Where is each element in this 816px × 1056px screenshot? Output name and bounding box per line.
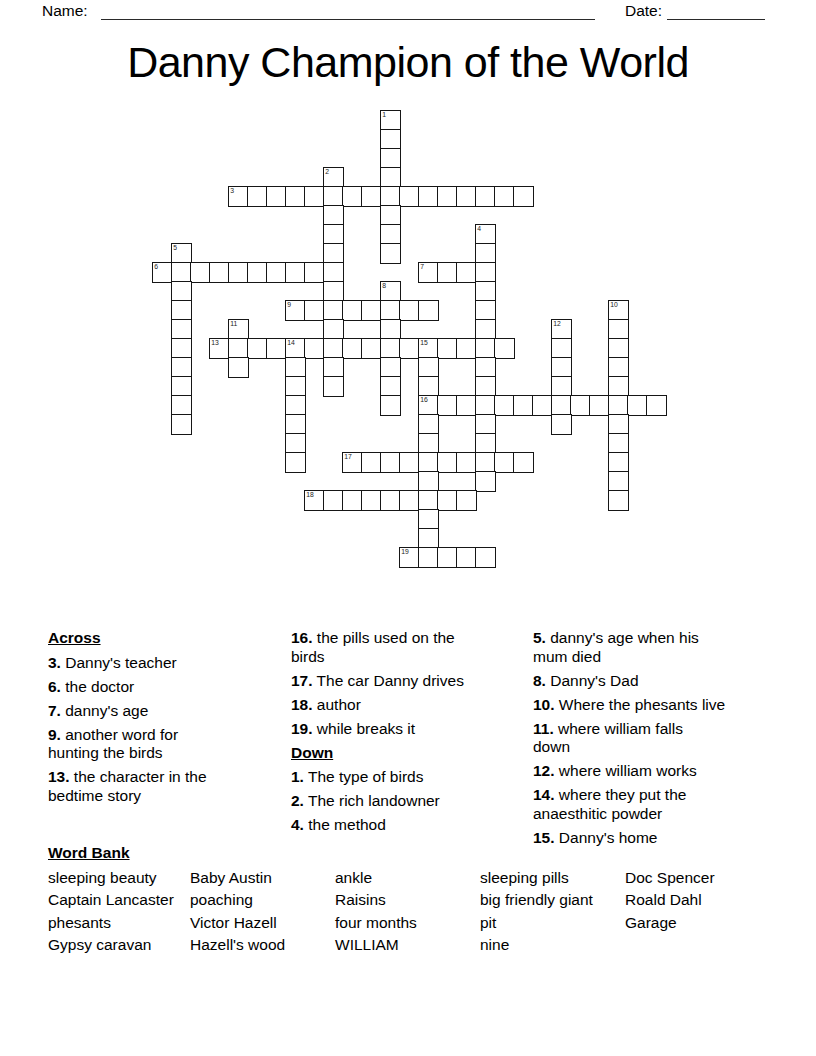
grid-cell[interactable] [494,452,515,473]
clue-number-label: 13 [211,340,219,347]
grid-cell[interactable] [304,338,325,359]
word-bank-item: phesants [48,912,174,934]
grid-cell[interactable] [266,338,287,359]
grid-cell[interactable] [513,452,534,473]
grid-cell[interactable] [380,167,401,188]
grid-cell[interactable] [551,357,572,378]
grid-cell[interactable] [323,338,344,359]
name-label: Name: [42,2,88,20]
grid-cell[interactable] [608,490,629,511]
grid-cell[interactable] [418,186,439,207]
grid-cell[interactable] [342,300,363,321]
grid-cell[interactable] [323,262,344,283]
grid-cell[interactable] [361,338,382,359]
grid-cell[interactable] [608,452,629,473]
grid-cell[interactable] [380,357,401,378]
grid-cell[interactable] [608,395,629,416]
name-blank-line[interactable] [101,19,595,20]
word-bank-item: pit [480,912,593,934]
grid-cell[interactable] [380,224,401,245]
word-bank-item: Gypsy caravan [48,934,174,956]
across-clue-16: 16. the pills used on the birds [291,629,523,666]
grid-cell[interactable] [456,490,477,511]
grid-cell[interactable] [380,319,401,340]
grid-cell[interactable] [285,452,306,473]
grid-cell[interactable] [475,319,496,340]
word-bank-section: Word Bank sleeping beautyCaptain Lancast… [48,843,788,867]
grid-cell[interactable] [380,300,401,321]
grid-cell[interactable] [228,338,249,359]
across-clue-6: 6. the doctor [48,678,270,697]
word-bank-column-3: ankleRaisinsfour monthsWILLIAM [335,867,417,957]
word-bank-item: big friendly giant [480,889,593,911]
clue-number-label: 18 [306,492,314,499]
grid-cell[interactable] [456,186,477,207]
word-bank-column-4: sleeping pillsbig friendly giantpitnine [480,867,593,957]
across-clue-17: 17. The car Danny drives [291,672,523,691]
grid-cell[interactable] [551,395,572,416]
word-bank-header: Word Bank [48,843,788,862]
grid-cell[interactable] [475,471,496,492]
grid-cell[interactable] [456,395,477,416]
grid-cell[interactable] [323,281,344,302]
word-bank-item: Raisins [335,889,417,911]
grid-cell[interactable] [323,243,344,264]
across-clue-9: 9. another word for hunting the birds [48,726,270,763]
grid-cell[interactable] [608,319,629,340]
grid-cell[interactable] [399,300,420,321]
grid-cell[interactable] [361,490,382,511]
grid-cell[interactable] [494,186,515,207]
grid-cell[interactable] [437,262,458,283]
down-clue-4: 4. the method [291,816,523,835]
grid-cell[interactable] [456,262,477,283]
down-clue-8: 8. Danny's Dad [533,672,778,691]
date-blank-line[interactable] [667,19,765,20]
grid-cell[interactable] [323,490,344,511]
grid-cell[interactable] [475,338,496,359]
word-bank-item: Hazell's wood [190,934,285,956]
grid-cell[interactable] [285,376,306,397]
grid-cell[interactable] [247,186,268,207]
down-clue-5: 5. danny's age when his mum died [533,629,778,666]
grid-cell[interactable] [361,186,382,207]
grid-cell[interactable] [380,490,401,511]
grid-cell[interactable] [380,148,401,169]
grid-cell[interactable] [399,452,420,473]
grid-cell[interactable] [285,414,306,435]
grid-cell[interactable] [266,262,287,283]
crossword-worksheet-page: { "game": "crossword", "title": "Danny C… [0,0,816,1056]
grid-cell[interactable] [171,357,192,378]
grid-cell[interactable] [228,262,249,283]
grid-cell[interactable] [190,262,211,283]
grid-cell[interactable] [475,452,496,473]
clue-column-2: 16. the pills used on the birds17. The c… [291,629,523,840]
grid-cell[interactable] [323,205,344,226]
word-bank-item: four months [335,912,417,934]
grid-cell[interactable] [475,376,496,397]
grid-cell[interactable] [418,547,439,568]
grid-cell[interactable] [532,395,553,416]
grid-cell[interactable] [399,186,420,207]
grid-cell[interactable] [437,395,458,416]
grid-cell[interactable] [380,452,401,473]
grid-cell[interactable] [494,338,515,359]
grid-cell[interactable] [304,262,325,283]
grid-cell[interactable] [608,338,629,359]
worksheet-title: Danny Champion of the World [0,37,816,87]
grid-cell[interactable] [399,338,420,359]
word-bank-item: Baby Austin [190,867,285,889]
grid-cell[interactable] [475,281,496,302]
grid-cell[interactable] [342,186,363,207]
word-bank-item: ankle [335,867,417,889]
down-clue-1: 1. The type of birds [291,768,523,787]
grid-cell[interactable] [589,395,610,416]
grid-cell[interactable] [380,376,401,397]
grid-cell[interactable] [646,395,667,416]
clue-column-3: 5. danny's age when his mum died8. Danny… [533,629,778,853]
grid-cell[interactable] [380,243,401,264]
grid-cell[interactable] [418,509,439,530]
grid-cell[interactable] [418,414,439,435]
grid-cell[interactable] [361,300,382,321]
grid-cell[interactable] [418,300,439,321]
clue-number-label: 9 [287,302,291,309]
grid-cell[interactable] [361,452,382,473]
crossword-grid: 36791316171819124581011121415 [152,110,667,568]
grid-cell[interactable] [475,186,496,207]
clue-number-label: 14 [287,340,295,347]
clue-column-1: Across3. Danny's teacher6. the doctor7. … [48,629,270,811]
clue-number-label: 2 [325,169,329,176]
grid-cell[interactable] [285,186,306,207]
grid-cell[interactable] [513,395,534,416]
grid-cell[interactable] [437,547,458,568]
grid-cell[interactable] [418,490,439,511]
grid-cell[interactable] [304,186,325,207]
across-clue-3: 3. Danny's teacher [48,654,270,673]
grid-cell[interactable] [247,338,268,359]
grid-cell[interactable] [418,528,439,549]
down-clue-11: 11. where william falls down [533,720,778,757]
grid-cell[interactable] [285,262,306,283]
grid-cell[interactable] [323,376,344,397]
clue-number-label: 12 [553,321,561,328]
grid-cell[interactable] [171,414,192,435]
word-bank-column-1: sleeping beautyCaptain Lancasterphesants… [48,867,174,957]
clue-number-label: 5 [173,245,177,252]
grid-cell[interactable] [380,186,401,207]
grid-cell[interactable] [171,281,192,302]
grid-cell[interactable] [380,205,401,226]
grid-cell[interactable] [323,300,344,321]
grid-cell[interactable] [608,414,629,435]
word-bank-item: Captain Lancaster [48,889,174,911]
grid-cell[interactable] [627,395,648,416]
grid-cell[interactable] [418,452,439,473]
grid-cell[interactable] [475,547,496,568]
grid-cell[interactable] [209,262,230,283]
grid-cell[interactable] [608,357,629,378]
grid-cell[interactable] [380,338,401,359]
clue-number-label: 3 [230,188,234,195]
clue-number-label: 10 [610,302,618,309]
grid-cell[interactable] [323,186,344,207]
down-clue-12: 12. where william works [533,762,778,781]
grid-cell[interactable] [475,395,496,416]
grid-cell[interactable] [551,414,572,435]
grid-cell[interactable] [266,186,287,207]
grid-cell[interactable] [247,262,268,283]
grid-cell[interactable] [380,129,401,150]
clue-number-label: 19 [401,549,409,556]
grid-cell[interactable] [475,262,496,283]
across-clue-13: 13. the character in the bedtime story [48,768,270,805]
clue-number-label: 11 [230,321,237,328]
down-clues-header: Down [291,744,523,763]
date-label: Date: [625,2,662,20]
grid-cell[interactable] [608,376,629,397]
grid-cell[interactable] [323,357,344,378]
grid-cell[interactable] [513,186,534,207]
grid-cell[interactable] [285,357,306,378]
clue-number-label: 8 [382,283,386,290]
clue-number-label: 16 [420,397,428,404]
grid-cell[interactable] [342,338,363,359]
grid-cell[interactable] [475,357,496,378]
across-clue-18: 18. author [291,696,523,715]
across-clues-header: Across [48,629,270,648]
grid-cell[interactable] [437,338,458,359]
word-bank-item: Roald Dahl [625,889,715,911]
grid-cell[interactable] [418,471,439,492]
grid-cell[interactable] [437,452,458,473]
grid-cell[interactable] [570,395,591,416]
clue-number-label: 1 [382,112,386,119]
clue-number-label: 6 [154,264,158,271]
grid-cell[interactable] [380,395,401,416]
grid-cell[interactable] [456,547,477,568]
clue-number-label: 7 [420,264,424,271]
grid-cell[interactable] [171,338,192,359]
word-bank-item: Doc Spencer [625,867,715,889]
grid-cell[interactable] [437,186,458,207]
grid-cell[interactable] [475,300,496,321]
grid-cell[interactable] [399,490,420,511]
word-bank-column-5: Doc SpencerRoald DahlGarage [625,867,715,934]
down-clue-2: 2. The rich landowner [291,792,523,811]
grid-cell[interactable] [551,338,572,359]
grid-cell[interactable] [304,300,325,321]
across-clue-19: 19. while breaks it [291,720,523,739]
grid-cell[interactable] [475,433,496,454]
grid-cell[interactable] [456,452,477,473]
across-clue-7: 7. danny's age [48,702,270,721]
word-bank-column-2: Baby AustinpoachingVictor HazellHazell's… [190,867,285,957]
grid-cell[interactable] [285,395,306,416]
grid-cell[interactable] [494,395,515,416]
grid-cell[interactable] [456,338,477,359]
word-bank-item: Garage [625,912,715,934]
grid-cell[interactable] [551,376,572,397]
grid-cell[interactable] [323,319,344,340]
grid-cell[interactable] [171,300,192,321]
grid-cell[interactable] [475,414,496,435]
clue-number-label: 17 [344,454,352,461]
down-clue-14: 14. where they put the anaesthitic powde… [533,786,778,823]
word-bank-item: nine [480,934,593,956]
grid-cell[interactable] [171,319,192,340]
word-bank-item: sleeping beauty [48,867,174,889]
grid-cell[interactable] [171,395,192,416]
grid-cell[interactable] [475,243,496,264]
grid-cell[interactable] [418,357,439,378]
word-bank-item: poaching [190,889,285,911]
grid-cell[interactable] [437,490,458,511]
word-bank-item: WILLIAM [335,934,417,956]
grid-cell[interactable] [171,376,192,397]
word-bank-item: Victor Hazell [190,912,285,934]
grid-cell[interactable] [342,490,363,511]
grid-cell[interactable] [323,224,344,245]
grid-cell[interactable] [418,433,439,454]
down-clue-10: 10. Where the phesants live [533,696,778,715]
clue-number-label: 15 [420,340,428,347]
word-bank-item: sleeping pills [480,867,593,889]
grid-cell[interactable] [608,471,629,492]
grid-cell[interactable] [418,376,439,397]
grid-cell[interactable] [285,433,306,454]
grid-cell[interactable] [228,357,249,378]
grid-cell[interactable] [171,262,192,283]
grid-cell[interactable] [608,433,629,454]
clue-number-label: 4 [477,226,481,233]
